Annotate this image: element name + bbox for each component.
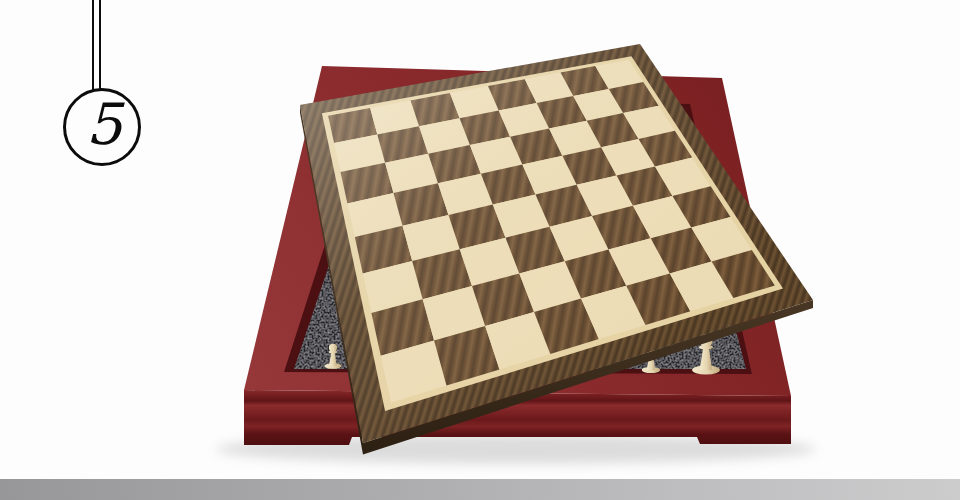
gallery-step-indicator: 5: [0, 0, 200, 180]
step-number: 5: [86, 96, 122, 153]
step-indicator-circle: 5: [63, 88, 141, 166]
step-indicator-line: [92, 0, 101, 90]
next-image-strip: [0, 479, 960, 500]
piece-head: [329, 344, 337, 352]
product-photo-stage: 5: [0, 0, 960, 500]
